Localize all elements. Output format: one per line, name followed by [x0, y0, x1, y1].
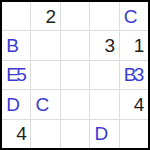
letter-slot: B	[124, 65, 134, 84]
cell-r5c4[interactable]: D	[90, 120, 118, 148]
cell-r3c2[interactable]	[31, 61, 59, 89]
letter-slot: D	[6, 95, 16, 114]
cell-r2c1[interactable]: B	[2, 31, 30, 59]
number-slot: 5	[16, 65, 26, 84]
cell-r1c4[interactable]	[90, 2, 118, 30]
puzzle-board: 2CB31E5B3DC44D	[0, 0, 150, 150]
cell-r1c1[interactable]	[2, 2, 30, 30]
cell-r2c2[interactable]	[31, 31, 59, 59]
cell-r4c2[interactable]: C	[31, 90, 59, 118]
cell-r1c3[interactable]	[61, 2, 89, 30]
cell-r4c1[interactable]: D	[2, 90, 30, 118]
cell-r4c5[interactable]: 4	[120, 90, 148, 118]
cell-r3c1[interactable]: E5	[2, 61, 30, 89]
cell-r5c2[interactable]	[31, 120, 59, 148]
cell-r3c5[interactable]: B3	[120, 61, 148, 89]
number-slot: 3	[104, 36, 114, 55]
letter-slot: B	[6, 36, 16, 55]
number-slot: 2	[46, 7, 56, 26]
cell-r2c5[interactable]: 1	[120, 31, 148, 59]
letter-slot: C	[124, 7, 134, 26]
letter-slot: C	[36, 95, 46, 114]
cell-r2c3[interactable]	[61, 31, 89, 59]
letter-slot: E	[6, 65, 16, 84]
number-slot: 4	[134, 95, 144, 114]
cell-r1c5[interactable]: C	[120, 2, 148, 30]
cell-r4c3[interactable]	[61, 90, 89, 118]
letter-slot: D	[94, 124, 104, 143]
cell-r4c4[interactable]	[90, 90, 118, 118]
cell-r3c4[interactable]	[90, 61, 118, 89]
cell-r1c2[interactable]: 2	[31, 2, 59, 30]
number-slot: 3	[134, 65, 144, 84]
cell-r2c4[interactable]: 3	[90, 31, 118, 59]
number-slot: 4	[16, 124, 26, 143]
cell-r5c5[interactable]	[120, 120, 148, 148]
number-slot: 1	[134, 36, 144, 55]
cell-r5c3[interactable]	[61, 120, 89, 148]
cell-r3c3[interactable]	[61, 61, 89, 89]
cell-r5c1[interactable]: 4	[2, 120, 30, 148]
